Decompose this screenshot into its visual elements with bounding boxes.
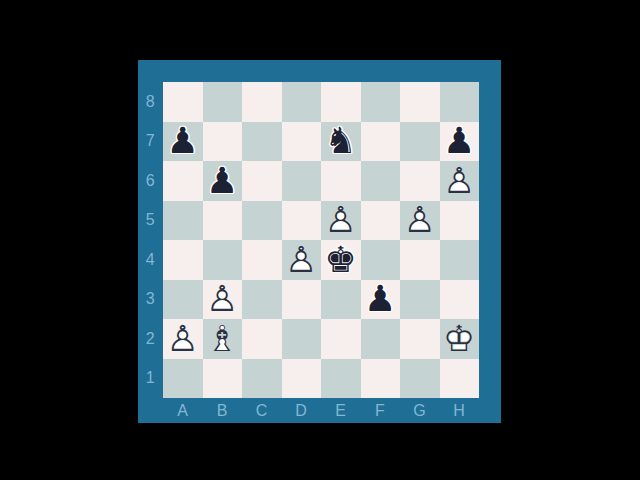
white-pawn-a2[interactable]: ♟♙: [163, 319, 203, 359]
rank-label-1: 1: [138, 359, 163, 399]
white-pawn-g5[interactable]: ♟♙: [400, 201, 440, 241]
rank-label-4: 4: [138, 240, 163, 280]
file-label-h: H: [440, 398, 480, 423]
square-a3[interactable]: [163, 280, 203, 320]
square-e3[interactable]: [321, 280, 361, 320]
white-pawn-h6[interactable]: ♟♙: [440, 161, 480, 201]
rank-label-5: 5: [138, 201, 163, 241]
square-e2[interactable]: [321, 319, 361, 359]
square-d6[interactable]: [282, 161, 322, 201]
white-bishop-icon: ♗: [203, 319, 243, 359]
rank-labels: 87654321: [138, 82, 163, 398]
square-a6[interactable]: [163, 161, 203, 201]
black-king-e4[interactable]: ♚: [321, 240, 361, 280]
square-d2[interactable]: [282, 319, 322, 359]
square-e5[interactable]: ♟♙: [321, 201, 361, 241]
square-f8[interactable]: [361, 82, 401, 122]
square-f6[interactable]: [361, 161, 401, 201]
white-bishop-b2[interactable]: ♝♗: [203, 319, 243, 359]
black-pawn-b6[interactable]: ♟: [203, 161, 243, 201]
file-labels: ABCDEFGH: [163, 398, 479, 423]
white-king-fill-icon: ♚: [440, 319, 480, 359]
square-b3[interactable]: ♟♙: [203, 280, 243, 320]
square-c1[interactable]: [242, 359, 282, 399]
square-h6[interactable]: ♟♙: [440, 161, 480, 201]
white-pawn-icon: ♙: [321, 201, 361, 241]
white-pawn-d4[interactable]: ♟♙: [282, 240, 322, 280]
square-c8[interactable]: [242, 82, 282, 122]
white-pawn-fill-icon: ♟: [321, 201, 361, 241]
square-d3[interactable]: [282, 280, 322, 320]
black-pawn-a7[interactable]: ♟: [163, 122, 203, 162]
square-a8[interactable]: [163, 82, 203, 122]
white-pawn-icon: ♙: [282, 240, 322, 280]
rank-label-8: 8: [138, 82, 163, 122]
white-king-icon: ♔: [440, 319, 480, 359]
board-frame: 87654321 ♟♞♟♟♟♙♟♙♟♙♟♙♚♟♙♟♟♙♝♗♚♔ ABCDEFGH: [138, 60, 501, 423]
white-king-h2[interactable]: ♚♔: [440, 319, 480, 359]
square-d4[interactable]: ♟♙: [282, 240, 322, 280]
square-c6[interactable]: [242, 161, 282, 201]
white-pawn-fill-icon: ♟: [440, 161, 480, 201]
black-pawn-icon: ♟: [163, 122, 203, 162]
square-d7[interactable]: [282, 122, 322, 162]
square-a1[interactable]: [163, 359, 203, 399]
file-label-g: G: [400, 398, 440, 423]
black-pawn-f3[interactable]: ♟: [361, 280, 401, 320]
square-g8[interactable]: [400, 82, 440, 122]
square-b6[interactable]: ♟: [203, 161, 243, 201]
square-h5[interactable]: [440, 201, 480, 241]
square-f3[interactable]: ♟: [361, 280, 401, 320]
square-g4[interactable]: [400, 240, 440, 280]
square-b7[interactable]: [203, 122, 243, 162]
white-pawn-icon: ♙: [400, 201, 440, 241]
square-d1[interactable]: [282, 359, 322, 399]
square-f5[interactable]: [361, 201, 401, 241]
square-g5[interactable]: ♟♙: [400, 201, 440, 241]
white-pawn-fill-icon: ♟: [282, 240, 322, 280]
rank-label-6: 6: [138, 161, 163, 201]
black-knight-e7[interactable]: ♞: [321, 122, 361, 162]
file-label-d: D: [282, 398, 322, 423]
square-d8[interactable]: [282, 82, 322, 122]
square-b8[interactable]: [203, 82, 243, 122]
square-c7[interactable]: [242, 122, 282, 162]
black-pawn-icon: ♟: [361, 280, 401, 320]
square-a4[interactable]: [163, 240, 203, 280]
square-h8[interactable]: [440, 82, 480, 122]
white-pawn-fill-icon: ♟: [203, 280, 243, 320]
file-label-c: C: [242, 398, 282, 423]
white-pawn-fill-icon: ♟: [400, 201, 440, 241]
square-h3[interactable]: [440, 280, 480, 320]
rank-label-2: 2: [138, 319, 163, 359]
square-h7[interactable]: ♟: [440, 122, 480, 162]
white-pawn-b3[interactable]: ♟♙: [203, 280, 243, 320]
square-d5[interactable]: [282, 201, 322, 241]
square-a7[interactable]: ♟: [163, 122, 203, 162]
white-pawn-icon: ♙: [163, 319, 203, 359]
square-g6[interactable]: [400, 161, 440, 201]
square-e8[interactable]: [321, 82, 361, 122]
square-f2[interactable]: [361, 319, 401, 359]
black-pawn-icon: ♟: [440, 122, 480, 162]
square-c5[interactable]: [242, 201, 282, 241]
white-pawn-icon: ♙: [440, 161, 480, 201]
square-e1[interactable]: [321, 359, 361, 399]
square-f1[interactable]: [361, 359, 401, 399]
square-g3[interactable]: [400, 280, 440, 320]
white-bishop-fill-icon: ♝: [203, 319, 243, 359]
square-h2[interactable]: ♚♔: [440, 319, 480, 359]
square-g1[interactable]: [400, 359, 440, 399]
square-a5[interactable]: [163, 201, 203, 241]
black-pawn-h7[interactable]: ♟: [440, 122, 480, 162]
black-knight-icon: ♞: [321, 122, 361, 162]
square-f7[interactable]: [361, 122, 401, 162]
file-label-e: E: [321, 398, 361, 423]
square-h1[interactable]: [440, 359, 480, 399]
white-pawn-fill-icon: ♟: [163, 319, 203, 359]
square-h4[interactable]: [440, 240, 480, 280]
square-g7[interactable]: [400, 122, 440, 162]
rank-label-7: 7: [138, 122, 163, 162]
black-king-icon: ♚: [321, 240, 361, 280]
square-e4[interactable]: ♚: [321, 240, 361, 280]
square-c2[interactable]: [242, 319, 282, 359]
file-label-a: A: [163, 398, 203, 423]
square-c3[interactable]: [242, 280, 282, 320]
square-f4[interactable]: [361, 240, 401, 280]
squares: ♟♞♟♟♟♙♟♙♟♙♟♙♚♟♙♟♟♙♝♗♚♔: [163, 82, 479, 398]
black-pawn-icon: ♟: [203, 161, 243, 201]
square-b2[interactable]: ♝♗: [203, 319, 243, 359]
square-b4[interactable]: [203, 240, 243, 280]
square-c4[interactable]: [242, 240, 282, 280]
square-b5[interactable]: [203, 201, 243, 241]
background: 87654321 ♟♞♟♟♟♙♟♙♟♙♟♙♚♟♙♟♟♙♝♗♚♔ ABCDEFGH: [0, 0, 640, 480]
rank-label-3: 3: [138, 280, 163, 320]
white-pawn-e5[interactable]: ♟♙: [321, 201, 361, 241]
square-b1[interactable]: [203, 359, 243, 399]
square-e7[interactable]: ♞: [321, 122, 361, 162]
square-e6[interactable]: [321, 161, 361, 201]
white-pawn-icon: ♙: [203, 280, 243, 320]
square-a2[interactable]: ♟♙: [163, 319, 203, 359]
file-label-f: F: [361, 398, 401, 423]
file-label-b: B: [203, 398, 243, 423]
square-g2[interactable]: [400, 319, 440, 359]
